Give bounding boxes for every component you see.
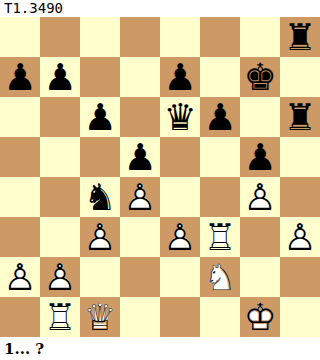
square-a4[interactable] bbox=[0, 177, 40, 217]
square-e7[interactable]: ♟ bbox=[160, 57, 200, 97]
square-h7[interactable] bbox=[280, 57, 320, 97]
white-rook-piece[interactable]: ♜♖ bbox=[200, 217, 240, 257]
piece-fill: ♜ bbox=[280, 97, 320, 137]
square-d4[interactable]: ♟♙ bbox=[120, 177, 160, 217]
square-f5[interactable] bbox=[200, 137, 240, 177]
square-f6[interactable]: ♟ bbox=[200, 97, 240, 137]
square-c6[interactable]: ♟ bbox=[80, 97, 120, 137]
square-h1[interactable] bbox=[280, 297, 320, 337]
square-b5[interactable] bbox=[40, 137, 80, 177]
piece-fill: ♟ bbox=[0, 57, 40, 97]
square-e6[interactable]: ♛ bbox=[160, 97, 200, 137]
square-b1[interactable]: ♜♖ bbox=[40, 297, 80, 337]
square-a7[interactable]: ♟ bbox=[0, 57, 40, 97]
piece-outline: ♔ bbox=[240, 297, 280, 337]
black-pawn-piece[interactable]: ♟ bbox=[120, 137, 160, 177]
square-a6[interactable] bbox=[0, 97, 40, 137]
black-pawn-piece[interactable]: ♟ bbox=[40, 57, 80, 97]
square-b7[interactable]: ♟ bbox=[40, 57, 80, 97]
square-b3[interactable] bbox=[40, 217, 80, 257]
black-rook-piece[interactable]: ♜ bbox=[280, 97, 320, 137]
black-pawn-piece[interactable]: ♟ bbox=[240, 137, 280, 177]
square-h4[interactable] bbox=[280, 177, 320, 217]
square-c2[interactable] bbox=[80, 257, 120, 297]
square-d1[interactable] bbox=[120, 297, 160, 337]
piece-outline: ♙ bbox=[160, 217, 200, 257]
square-h2[interactable] bbox=[280, 257, 320, 297]
square-d5[interactable]: ♟ bbox=[120, 137, 160, 177]
white-pawn-piece[interactable]: ♟♙ bbox=[280, 217, 320, 257]
chess-board: ♜♟♟♟♚♟♛♟♜♟♟♞♟♙♟♙♟♙♟♙♜♖♟♙♟♙♟♙♞♘♜♖♛♕♚♔ bbox=[0, 17, 320, 337]
piece-fill: ♜ bbox=[280, 17, 320, 57]
square-d7[interactable] bbox=[120, 57, 160, 97]
square-e1[interactable] bbox=[160, 297, 200, 337]
square-a2[interactable]: ♟♙ bbox=[0, 257, 40, 297]
square-g1[interactable]: ♚♔ bbox=[240, 297, 280, 337]
square-c3[interactable]: ♟♙ bbox=[80, 217, 120, 257]
square-e8[interactable] bbox=[160, 17, 200, 57]
white-pawn-piece[interactable]: ♟♙ bbox=[80, 217, 120, 257]
square-f8[interactable] bbox=[200, 17, 240, 57]
piece-fill: ♟ bbox=[40, 57, 80, 97]
white-pawn-piece[interactable]: ♟♙ bbox=[120, 177, 160, 217]
piece-outline: ♕ bbox=[80, 297, 120, 337]
square-e4[interactable] bbox=[160, 177, 200, 217]
white-pawn-piece[interactable]: ♟♙ bbox=[240, 177, 280, 217]
piece-fill: ♟ bbox=[240, 137, 280, 177]
square-g4[interactable]: ♟♙ bbox=[240, 177, 280, 217]
square-c1[interactable]: ♛♕ bbox=[80, 297, 120, 337]
square-f3[interactable]: ♜♖ bbox=[200, 217, 240, 257]
white-knight-piece[interactable]: ♞♘ bbox=[200, 257, 240, 297]
move-prompt: 1... ? bbox=[0, 337, 320, 359]
square-c4[interactable]: ♞ bbox=[80, 177, 120, 217]
black-pawn-piece[interactable]: ♟ bbox=[0, 57, 40, 97]
square-d6[interactable] bbox=[120, 97, 160, 137]
square-b4[interactable] bbox=[40, 177, 80, 217]
piece-outline: ♙ bbox=[0, 257, 40, 297]
piece-outline: ♙ bbox=[240, 177, 280, 217]
square-a5[interactable] bbox=[0, 137, 40, 177]
square-a8[interactable] bbox=[0, 17, 40, 57]
square-h8[interactable]: ♜ bbox=[280, 17, 320, 57]
square-e2[interactable] bbox=[160, 257, 200, 297]
square-b2[interactable]: ♟♙ bbox=[40, 257, 80, 297]
square-h6[interactable]: ♜ bbox=[280, 97, 320, 137]
piece-outline: ♙ bbox=[40, 257, 80, 297]
square-g6[interactable] bbox=[240, 97, 280, 137]
white-rook-piece[interactable]: ♜♖ bbox=[40, 297, 80, 337]
piece-outline: ♖ bbox=[40, 297, 80, 337]
square-c7[interactable] bbox=[80, 57, 120, 97]
piece-fill: ♟ bbox=[160, 57, 200, 97]
white-queen-piece[interactable]: ♛♕ bbox=[80, 297, 120, 337]
piece-fill: ♟ bbox=[120, 137, 160, 177]
white-pawn-piece[interactable]: ♟♙ bbox=[160, 217, 200, 257]
square-d8[interactable] bbox=[120, 17, 160, 57]
white-king-piece[interactable]: ♚♔ bbox=[240, 297, 280, 337]
square-g7[interactable]: ♚ bbox=[240, 57, 280, 97]
square-f1[interactable] bbox=[200, 297, 240, 337]
square-g3[interactable] bbox=[240, 217, 280, 257]
square-d2[interactable] bbox=[120, 257, 160, 297]
white-pawn-piece[interactable]: ♟♙ bbox=[40, 257, 80, 297]
square-g5[interactable]: ♟ bbox=[240, 137, 280, 177]
black-rook-piece[interactable]: ♜ bbox=[280, 17, 320, 57]
piece-outline: ♘ bbox=[200, 257, 240, 297]
square-g8[interactable] bbox=[240, 17, 280, 57]
piece-fill: ♚ bbox=[240, 57, 280, 97]
square-f4[interactable] bbox=[200, 177, 240, 217]
square-f2[interactable]: ♞♘ bbox=[200, 257, 240, 297]
square-b8[interactable] bbox=[40, 17, 80, 57]
square-h5[interactable] bbox=[280, 137, 320, 177]
black-pawn-piece[interactable]: ♟ bbox=[80, 97, 120, 137]
puzzle-title: T1.3490 bbox=[0, 0, 320, 17]
square-c8[interactable] bbox=[80, 17, 120, 57]
piece-outline: ♙ bbox=[280, 217, 320, 257]
piece-outline: ♙ bbox=[120, 177, 160, 217]
black-queen-piece[interactable]: ♛ bbox=[160, 97, 200, 137]
square-a1[interactable] bbox=[0, 297, 40, 337]
piece-fill: ♛ bbox=[160, 97, 200, 137]
square-h3[interactable]: ♟♙ bbox=[280, 217, 320, 257]
black-king-piece[interactable]: ♚ bbox=[240, 57, 280, 97]
black-pawn-piece[interactable]: ♟ bbox=[200, 97, 240, 137]
piece-fill: ♟ bbox=[80, 97, 120, 137]
square-a3[interactable] bbox=[0, 217, 40, 257]
chess-puzzle-page: T1.3490 ♜♟♟♟♚♟♛♟♜♟♟♞♟♙♟♙♟♙♟♙♜♖♟♙♟♙♟♙♞♘♜♖… bbox=[0, 0, 320, 359]
piece-fill: ♞ bbox=[80, 177, 120, 217]
square-g2[interactable] bbox=[240, 257, 280, 297]
white-pawn-piece[interactable]: ♟♙ bbox=[0, 257, 40, 297]
black-knight-piece[interactable]: ♞ bbox=[80, 177, 120, 217]
square-e3[interactable]: ♟♙ bbox=[160, 217, 200, 257]
square-f7[interactable] bbox=[200, 57, 240, 97]
square-e5[interactable] bbox=[160, 137, 200, 177]
square-c5[interactable] bbox=[80, 137, 120, 177]
square-b6[interactable] bbox=[40, 97, 80, 137]
piece-fill: ♟ bbox=[200, 97, 240, 137]
black-pawn-piece[interactable]: ♟ bbox=[160, 57, 200, 97]
piece-outline: ♙ bbox=[80, 217, 120, 257]
square-d3[interactable] bbox=[120, 217, 160, 257]
piece-outline: ♖ bbox=[200, 217, 240, 257]
